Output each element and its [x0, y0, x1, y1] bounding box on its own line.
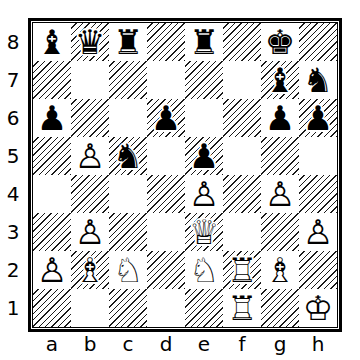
black-pawn-g6[interactable]: ♟ — [261, 99, 299, 137]
black-pawn-glyph: ♟ — [147, 99, 185, 137]
black-pawn-d6[interactable]: ♟ — [147, 99, 185, 137]
white-queen-outline: ♕ — [185, 213, 223, 251]
square-c8[interactable]: ♜ — [109, 23, 147, 61]
square-c4[interactable] — [109, 175, 147, 213]
rank-label-2: 2 — [2, 251, 24, 289]
square-f8[interactable] — [223, 23, 261, 61]
square-c3[interactable] — [109, 213, 147, 251]
file-label-e: e — [185, 330, 223, 358]
square-b3[interactable]: ♟♙ — [71, 213, 109, 251]
file-labels: a b c d e f g h — [33, 330, 337, 358]
square-b7[interactable] — [71, 61, 109, 99]
rank-label-1: 1 — [2, 289, 24, 327]
square-a7[interactable] — [33, 61, 71, 99]
square-h5[interactable] — [299, 137, 337, 175]
white-pawn-b5[interactable]: ♟♙ — [71, 137, 109, 175]
square-c5[interactable]: ♞ — [109, 137, 147, 175]
square-e5[interactable]: ♟ — [185, 137, 223, 175]
white-rook-f1[interactable]: ♜♖ — [223, 289, 261, 327]
square-d8[interactable] — [147, 23, 185, 61]
white-pawn-outline: ♙ — [261, 175, 299, 213]
square-b4[interactable] — [71, 175, 109, 213]
board: ♝♛♜♜♚♝♞♟♟♟♟♟♙♞♟♟♙♟♙♟♙♛♕♟♙♟♙♝♗♞♘♞♘♜♖♝♗♜♖♚… — [33, 23, 337, 327]
white-pawn-b3[interactable]: ♟♙ — [71, 213, 109, 251]
white-bishop-outline: ♗ — [71, 251, 109, 289]
square-h6[interactable]: ♟ — [299, 99, 337, 137]
square-f3[interactable] — [223, 213, 261, 251]
file-label-b: b — [71, 330, 109, 358]
square-f5[interactable] — [223, 137, 261, 175]
board-inner-border: ♝♛♜♜♚♝♞♟♟♟♟♟♙♞♟♟♙♟♙♟♙♛♕♟♙♟♙♝♗♞♘♞♘♜♖♝♗♜♖♚… — [32, 22, 338, 328]
square-d4[interactable] — [147, 175, 185, 213]
rank-label-8: 8 — [2, 23, 24, 61]
square-h8[interactable] — [299, 23, 337, 61]
chess-diagram: 8 7 6 5 4 3 2 1 ♝♛♜♜♚♝♞♟♟♟♟♟♙♞♟♟♙♟♙♟♙♛♕♟… — [0, 0, 360, 360]
white-pawn-outline: ♙ — [33, 251, 71, 289]
black-king-glyph: ♚ — [261, 23, 299, 61]
white-pawn-a2[interactable]: ♟♙ — [33, 251, 71, 289]
square-d5[interactable] — [147, 137, 185, 175]
black-bishop-g7[interactable]: ♝ — [261, 61, 299, 99]
square-f4[interactable] — [223, 175, 261, 213]
file-label-h: h — [299, 330, 337, 358]
black-queen-glyph: ♛ — [71, 23, 109, 61]
black-pawn-glyph: ♟ — [261, 99, 299, 137]
square-d1[interactable] — [147, 289, 185, 327]
square-b8[interactable]: ♛ — [71, 23, 109, 61]
white-bishop-b2[interactable]: ♝♗ — [71, 251, 109, 289]
black-knight-glyph: ♞ — [109, 137, 147, 175]
black-pawn-glyph: ♟ — [33, 99, 71, 137]
black-pawn-glyph: ♟ — [299, 99, 337, 137]
square-g3[interactable] — [261, 213, 299, 251]
rank-label-7: 7 — [2, 61, 24, 99]
black-rook-glyph: ♜ — [185, 23, 223, 61]
square-h3[interactable]: ♟♙ — [299, 213, 337, 251]
square-h2[interactable] — [299, 251, 337, 289]
white-rook-f2[interactable]: ♜♖ — [223, 251, 261, 289]
white-bishop-outline: ♗ — [261, 251, 299, 289]
white-rook-outline: ♖ — [223, 289, 261, 327]
white-king-outline: ♔ — [299, 289, 337, 327]
square-e1[interactable] — [185, 289, 223, 327]
rank-label-4: 4 — [2, 175, 24, 213]
square-g1[interactable] — [261, 289, 299, 327]
square-a4[interactable] — [33, 175, 71, 213]
square-f7[interactable] — [223, 61, 261, 99]
square-e8[interactable]: ♜ — [185, 23, 223, 61]
white-pawn-h3[interactable]: ♟♙ — [299, 213, 337, 251]
rank-label-6: 6 — [2, 99, 24, 137]
black-pawn-e5[interactable]: ♟ — [185, 137, 223, 175]
black-bishop-glyph: ♝ — [261, 61, 299, 99]
square-c6[interactable] — [109, 99, 147, 137]
black-pawn-a6[interactable]: ♟ — [33, 99, 71, 137]
file-label-g: g — [261, 330, 299, 358]
square-a2[interactable]: ♟♙ — [33, 251, 71, 289]
square-b5[interactable]: ♟♙ — [71, 137, 109, 175]
square-e6[interactable] — [185, 99, 223, 137]
white-bishop-g2[interactable]: ♝♗ — [261, 251, 299, 289]
rank-labels: 8 7 6 5 4 3 2 1 — [2, 23, 24, 327]
square-h4[interactable] — [299, 175, 337, 213]
black-bishop-glyph: ♝ — [33, 23, 71, 61]
square-e4[interactable]: ♟♙ — [185, 175, 223, 213]
square-a5[interactable] — [33, 137, 71, 175]
square-e7[interactable] — [185, 61, 223, 99]
square-a6[interactable]: ♟ — [33, 99, 71, 137]
black-pawn-h6[interactable]: ♟ — [299, 99, 337, 137]
black-knight-glyph: ♞ — [299, 61, 337, 99]
black-queen-b8[interactable]: ♛ — [71, 23, 109, 61]
square-f1[interactable]: ♜♖ — [223, 289, 261, 327]
square-g4[interactable]: ♟♙ — [261, 175, 299, 213]
black-king-g8[interactable]: ♚ — [261, 23, 299, 61]
square-d2[interactable] — [147, 251, 185, 289]
white-queen-e3[interactable]: ♛♕ — [185, 213, 223, 251]
white-knight-e2[interactable]: ♞♘ — [185, 251, 223, 289]
square-c2[interactable]: ♞♘ — [109, 251, 147, 289]
white-rook-outline: ♖ — [223, 251, 261, 289]
square-b1[interactable] — [71, 289, 109, 327]
black-rook-glyph: ♜ — [109, 23, 147, 61]
black-pawn-glyph: ♟ — [185, 137, 223, 175]
file-label-f: f — [223, 330, 261, 358]
rank-label-3: 3 — [2, 213, 24, 251]
square-a3[interactable] — [33, 213, 71, 251]
square-c7[interactable] — [109, 61, 147, 99]
white-knight-c2[interactable]: ♞♘ — [109, 251, 147, 289]
square-g5[interactable] — [261, 137, 299, 175]
black-knight-h7[interactable]: ♞ — [299, 61, 337, 99]
black-rook-e8[interactable]: ♜ — [185, 23, 223, 61]
square-h1[interactable]: ♚♔ — [299, 289, 337, 327]
square-d6[interactable]: ♟ — [147, 99, 185, 137]
white-knight-outline: ♘ — [185, 251, 223, 289]
white-pawn-outline: ♙ — [71, 137, 109, 175]
square-e2[interactable]: ♞♘ — [185, 251, 223, 289]
square-a1[interactable] — [33, 289, 71, 327]
file-label-d: d — [147, 330, 185, 358]
square-b6[interactable] — [71, 99, 109, 137]
white-pawn-outline: ♙ — [185, 175, 223, 213]
white-king-h1[interactable]: ♚♔ — [299, 289, 337, 327]
square-g2[interactable]: ♝♗ — [261, 251, 299, 289]
square-h7[interactable]: ♞ — [299, 61, 337, 99]
square-d7[interactable] — [147, 61, 185, 99]
square-g7[interactable]: ♝ — [261, 61, 299, 99]
white-pawn-outline: ♙ — [299, 213, 337, 251]
black-bishop-a8[interactable]: ♝ — [33, 23, 71, 61]
rank-label-5: 5 — [2, 137, 24, 175]
square-g8[interactable]: ♚ — [261, 23, 299, 61]
square-g6[interactable]: ♟ — [261, 99, 299, 137]
file-label-c: c — [109, 330, 147, 358]
white-knight-outline: ♘ — [109, 251, 147, 289]
black-rook-c8[interactable]: ♜ — [109, 23, 147, 61]
square-f6[interactable] — [223, 99, 261, 137]
board-border: ♝♛♜♜♚♝♞♟♟♟♟♟♙♞♟♟♙♟♙♟♙♛♕♟♙♟♙♝♗♞♘♞♘♜♖♝♗♜♖♚… — [28, 18, 342, 332]
white-pawn-e4[interactable]: ♟♙ — [185, 175, 223, 213]
square-d3[interactable] — [147, 213, 185, 251]
square-b2[interactable]: ♝♗ — [71, 251, 109, 289]
square-c1[interactable] — [109, 289, 147, 327]
white-pawn-g4[interactable]: ♟♙ — [261, 175, 299, 213]
square-f2[interactable]: ♜♖ — [223, 251, 261, 289]
square-e3[interactable]: ♛♕ — [185, 213, 223, 251]
file-label-a: a — [33, 330, 71, 358]
white-pawn-outline: ♙ — [71, 213, 109, 251]
black-knight-c5[interactable]: ♞ — [109, 137, 147, 175]
square-a8[interactable]: ♝ — [33, 23, 71, 61]
